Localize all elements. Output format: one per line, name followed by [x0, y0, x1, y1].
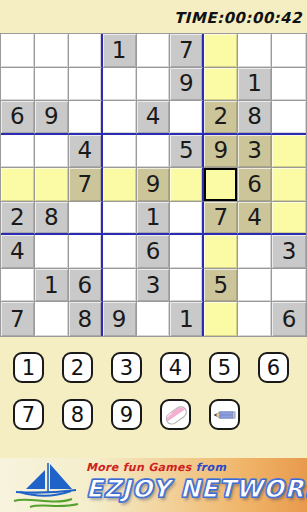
sudoku-cell-r3c9[interactable]: [272, 101, 306, 135]
sudoku-cell-r8c1[interactable]: [1, 269, 35, 303]
sudoku-cell-r5c5[interactable]: 9: [137, 168, 171, 202]
sudoku-cell-r3c8[interactable]: 8: [238, 101, 272, 135]
sudoku-cell-r1c7[interactable]: [204, 34, 238, 68]
banner-brand: EZJOY NETWORK: [86, 475, 304, 503]
sudoku-cell-r8c5[interactable]: 3: [137, 269, 171, 303]
sudoku-cell-r1c8[interactable]: [238, 34, 272, 68]
sudoku-cell-r8c9[interactable]: [272, 269, 306, 303]
sudoku-cell-r1c5[interactable]: [137, 34, 171, 68]
sudoku-cell-r9c3[interactable]: 8: [69, 302, 103, 336]
sailboat-logo-icon: [8, 459, 86, 512]
keypad-button-4[interactable]: 4: [160, 352, 191, 383]
sudoku-cell-r1c6[interactable]: 7: [170, 34, 204, 68]
sudoku-cell-r3c7[interactable]: 2: [204, 101, 238, 135]
sudoku-cell-r5c4[interactable]: [103, 168, 137, 202]
eraser-button[interactable]: [160, 399, 191, 430]
sudoku-cell-r8c3[interactable]: 6: [69, 269, 103, 303]
sudoku-cell-r9c9[interactable]: 6: [272, 302, 306, 336]
sudoku-cell-r5c9[interactable]: [272, 168, 306, 202]
banner-tagline: More fun Games from: [86, 461, 304, 474]
sudoku-cell-r6c2[interactable]: 8: [35, 202, 69, 236]
sudoku-cell-r7c5[interactable]: 6: [137, 235, 171, 269]
sudoku-board: 179169428459379628174463163578916: [0, 33, 307, 337]
sudoku-cell-r7c7[interactable]: [204, 235, 238, 269]
sudoku-cell-r1c1[interactable]: [1, 34, 35, 68]
sudoku-cell-r7c6[interactable]: [170, 235, 204, 269]
sudoku-cell-r8c6[interactable]: [170, 269, 204, 303]
sudoku-cell-r9c5[interactable]: [137, 302, 171, 336]
timer: TIME:00:00:42: [174, 9, 302, 27]
sudoku-cell-r9c2[interactable]: [35, 302, 69, 336]
sudoku-cell-r2c4[interactable]: [103, 68, 137, 102]
sudoku-cell-r5c1[interactable]: [1, 168, 35, 202]
sudoku-cell-r8c4[interactable]: [103, 269, 137, 303]
sudoku-cell-r2c7[interactable]: [204, 68, 238, 102]
keypad-button-2[interactable]: 2: [62, 352, 93, 383]
sudoku-cell-r7c4[interactable]: [103, 235, 137, 269]
keypad-button-1[interactable]: 1: [13, 352, 44, 383]
sudoku-cell-r7c1[interactable]: 4: [1, 235, 35, 269]
sudoku-cell-r2c8[interactable]: 1: [238, 68, 272, 102]
keypad-button-8[interactable]: 8: [62, 399, 93, 430]
sudoku-cell-r4c8[interactable]: 3: [238, 135, 272, 169]
ad-banner[interactable]: More fun Games from EZJOY NETWORK: [0, 458, 307, 512]
sudoku-cell-r7c8[interactable]: [238, 235, 272, 269]
sudoku-cell-r9c7[interactable]: [204, 302, 238, 336]
sudoku-cell-r3c5[interactable]: 4: [137, 101, 171, 135]
sudoku-cell-r1c2[interactable]: [35, 34, 69, 68]
keypad-button-6[interactable]: 6: [258, 352, 289, 383]
sudoku-cell-r2c9[interactable]: [272, 68, 306, 102]
sudoku-cell-r8c2[interactable]: 1: [35, 269, 69, 303]
sudoku-cell-r9c1[interactable]: 7: [1, 302, 35, 336]
sudoku-cell-r4c5[interactable]: [137, 135, 171, 169]
sudoku-cell-r6c9[interactable]: [272, 202, 306, 236]
banner-text: More fun Games from EZJOY NETWORK: [86, 461, 304, 503]
sudoku-cell-r3c4[interactable]: [103, 101, 137, 135]
sudoku-cell-r5c3[interactable]: 7: [69, 168, 103, 202]
sudoku-cell-r7c9[interactable]: 3: [272, 235, 306, 269]
keypad-button-5[interactable]: 5: [209, 352, 240, 383]
sudoku-cell-r7c2[interactable]: [35, 235, 69, 269]
sudoku-cell-r4c9[interactable]: [272, 135, 306, 169]
keypad-row-1: 123456: [13, 352, 289, 383]
pencil-button[interactable]: [209, 399, 240, 430]
sudoku-cell-r6c7[interactable]: 7: [204, 202, 238, 236]
sudoku-cell-r6c3[interactable]: [69, 202, 103, 236]
sudoku-cell-r4c3[interactable]: 4: [69, 135, 103, 169]
pencil-icon: [212, 402, 238, 428]
sudoku-cell-r4c4[interactable]: [103, 135, 137, 169]
sudoku-cell-r9c8[interactable]: [238, 302, 272, 336]
sudoku-cell-r6c5[interactable]: 1: [137, 202, 171, 236]
sudoku-cell-r2c5[interactable]: [137, 68, 171, 102]
sudoku-cell-r2c3[interactable]: [69, 68, 103, 102]
sudoku-cell-r6c8[interactable]: 4: [238, 202, 272, 236]
keypad-button-9[interactable]: 9: [111, 399, 142, 430]
sudoku-cell-r4c2[interactable]: [35, 135, 69, 169]
sudoku-cell-r1c9[interactable]: [272, 34, 306, 68]
sudoku-cell-r3c1[interactable]: 6: [1, 101, 35, 135]
sudoku-cell-r5c8[interactable]: 6: [238, 168, 272, 202]
keypad-button-7[interactable]: 7: [13, 399, 44, 430]
sudoku-cell-r5c2[interactable]: [35, 168, 69, 202]
sudoku-cell-r3c6[interactable]: [170, 101, 204, 135]
sudoku-cell-r8c8[interactable]: [238, 269, 272, 303]
sudoku-cell-r6c6[interactable]: [170, 202, 204, 236]
sudoku-cell-r2c2[interactable]: [35, 68, 69, 102]
sudoku-cell-r7c3[interactable]: [69, 235, 103, 269]
sudoku-cell-r5c6[interactable]: [170, 168, 204, 202]
eraser-icon: [163, 402, 189, 428]
sudoku-cell-r1c3[interactable]: [69, 34, 103, 68]
sudoku-cell-r4c1[interactable]: [1, 135, 35, 169]
sudoku-cell-r8c7[interactable]: 5: [204, 269, 238, 303]
sudoku-cell-r6c4[interactable]: [103, 202, 137, 236]
sudoku-cell-r2c6[interactable]: 9: [170, 68, 204, 102]
sudoku-cell-r5c7[interactable]: [204, 168, 238, 202]
sudoku-cell-r4c6[interactable]: 5: [170, 135, 204, 169]
sudoku-cell-r3c3[interactable]: [69, 101, 103, 135]
sudoku-cell-r9c4[interactable]: 9: [103, 302, 137, 336]
sudoku-cell-r3c2[interactable]: 9: [35, 101, 69, 135]
sudoku-cell-r6c1[interactable]: 2: [1, 202, 35, 236]
keypad-row-2: 789: [13, 399, 240, 430]
sudoku-cell-r9c6[interactable]: 1: [170, 302, 204, 336]
sudoku-app: TIME:00:00:42 17916942845937962817446316…: [0, 0, 307, 512]
keypad-button-3[interactable]: 3: [111, 352, 142, 383]
sudoku-cell-r1c4[interactable]: 1: [103, 34, 137, 68]
sudoku-cell-r4c7[interactable]: 9: [204, 135, 238, 169]
sudoku-cell-r2c1[interactable]: [1, 68, 35, 102]
